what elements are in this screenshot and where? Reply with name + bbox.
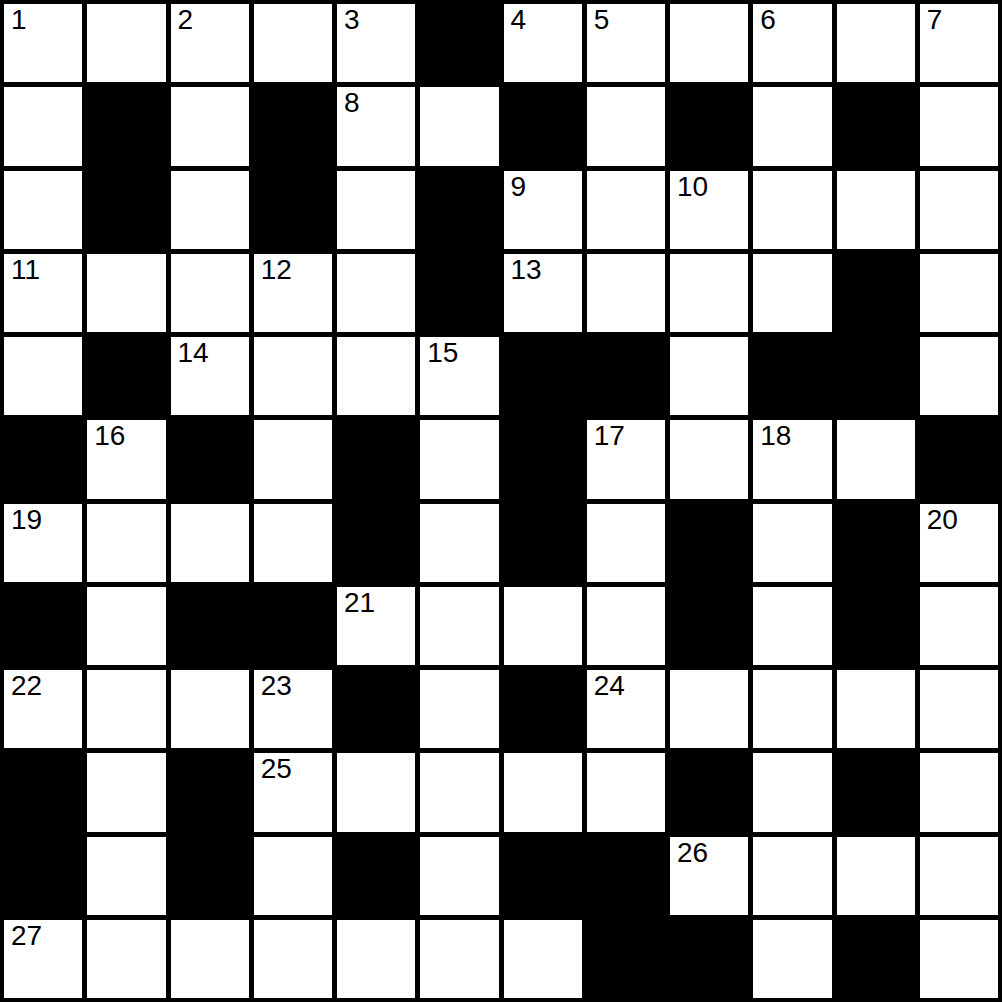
cell-r1c3[interactable]: 2 (171, 4, 249, 82)
cell-r3c12[interactable] (920, 171, 998, 249)
black-cell-r5c11 (837, 337, 915, 415)
cell-r11c11[interactable] (837, 837, 915, 915)
cell-r7c8[interactable] (587, 504, 665, 582)
cell-r10c4[interactable]: 25 (254, 753, 332, 831)
black-cell-r8c4 (254, 587, 332, 665)
cell-r4c3[interactable] (171, 254, 249, 332)
black-cell-r2c11 (837, 87, 915, 165)
black-cell-r9c7 (504, 670, 582, 748)
cell-r5c9[interactable] (670, 337, 748, 415)
cell-r6c9[interactable] (670, 420, 748, 498)
cell-r11c10[interactable] (753, 837, 831, 915)
clue-number: 14 (178, 338, 209, 369)
clue-number: 16 (94, 421, 125, 452)
black-cell-r3c6 (420, 171, 498, 249)
cell-r10c12[interactable] (920, 753, 998, 831)
cell-r1c2[interactable] (87, 4, 165, 82)
cell-r5c1[interactable] (4, 337, 82, 415)
black-cell-r8c9 (670, 587, 748, 665)
cell-r12c6[interactable] (420, 920, 498, 998)
cell-r8c7[interactable] (504, 587, 582, 665)
black-cell-r11c1 (4, 837, 82, 915)
cell-r4c10[interactable] (753, 254, 831, 332)
black-cell-r11c8 (587, 837, 665, 915)
clue-number: 8 (344, 88, 360, 119)
cell-r4c12[interactable] (920, 254, 998, 332)
cell-r4c8[interactable] (587, 254, 665, 332)
cell-r2c12[interactable] (920, 87, 998, 165)
clue-number: 15 (427, 338, 458, 369)
black-cell-r7c7 (504, 504, 582, 582)
cell-r7c10[interactable] (753, 504, 831, 582)
cell-r6c8[interactable]: 17 (587, 420, 665, 498)
clue-number: 6 (760, 5, 776, 36)
clue-number: 7 (927, 5, 943, 36)
black-cell-r3c2 (87, 171, 165, 249)
clue-number: 9 (511, 172, 527, 203)
black-cell-r11c7 (504, 837, 582, 915)
clue-number: 13 (511, 255, 542, 286)
cell-r5c5[interactable] (337, 337, 415, 415)
cell-r2c1[interactable] (4, 87, 82, 165)
cell-r3c7[interactable]: 9 (504, 171, 582, 249)
cell-r6c11[interactable] (837, 420, 915, 498)
cell-r7c3[interactable] (171, 504, 249, 582)
cell-r12c10[interactable] (753, 920, 831, 998)
clue-number: 12 (261, 255, 292, 286)
black-cell-r5c10 (753, 337, 831, 415)
cell-r11c6[interactable] (420, 837, 498, 915)
cell-r4c5[interactable] (337, 254, 415, 332)
crossword-grid: 1234567891011121314151617181920212223242… (0, 0, 1002, 1002)
cell-r1c5[interactable]: 3 (337, 4, 415, 82)
cell-r12c5[interactable] (337, 920, 415, 998)
black-cell-r10c3 (171, 753, 249, 831)
black-cell-r8c1 (4, 587, 82, 665)
black-cell-r3c4 (254, 171, 332, 249)
cell-r3c10[interactable] (753, 171, 831, 249)
cell-r9c9[interactable] (670, 670, 748, 748)
cell-r2c6[interactable] (420, 87, 498, 165)
clue-number: 24 (594, 671, 625, 702)
cell-r6c10[interactable]: 18 (753, 420, 831, 498)
cell-r8c8[interactable] (587, 587, 665, 665)
black-cell-r7c9 (670, 504, 748, 582)
cell-r12c2[interactable] (87, 920, 165, 998)
cell-r3c8[interactable] (587, 171, 665, 249)
black-cell-r2c4 (254, 87, 332, 165)
black-cell-r1c6 (420, 4, 498, 82)
cell-r7c1[interactable]: 19 (4, 504, 82, 582)
cell-r5c3[interactable]: 14 (171, 337, 249, 415)
cell-r9c1[interactable]: 22 (4, 670, 82, 748)
clue-number: 25 (261, 754, 292, 785)
cell-r1c7[interactable]: 4 (504, 4, 582, 82)
black-cell-r6c3 (171, 420, 249, 498)
cell-r6c4[interactable] (254, 420, 332, 498)
cell-r6c2[interactable]: 16 (87, 420, 165, 498)
black-cell-r11c3 (171, 837, 249, 915)
cell-r12c4[interactable] (254, 920, 332, 998)
clue-number: 4 (511, 5, 527, 36)
black-cell-r12c11 (837, 920, 915, 998)
cell-r3c9[interactable]: 10 (670, 171, 748, 249)
cell-r9c3[interactable] (171, 670, 249, 748)
cell-r4c1[interactable]: 11 (4, 254, 82, 332)
clue-number: 17 (594, 421, 625, 452)
cell-r3c1[interactable] (4, 171, 82, 249)
cell-r6c6[interactable] (420, 420, 498, 498)
clue-number: 19 (11, 505, 42, 536)
black-cell-r2c7 (504, 87, 582, 165)
cell-r10c2[interactable] (87, 753, 165, 831)
clue-number: 22 (11, 671, 42, 702)
black-cell-r4c11 (837, 254, 915, 332)
cell-r4c9[interactable] (670, 254, 748, 332)
cell-r3c3[interactable] (171, 171, 249, 249)
cell-r3c5[interactable] (337, 171, 415, 249)
cell-r8c6[interactable] (420, 587, 498, 665)
black-cell-r11c5 (337, 837, 415, 915)
cell-r7c12[interactable]: 20 (920, 504, 998, 582)
cell-r12c7[interactable] (504, 920, 582, 998)
cell-r10c10[interactable] (753, 753, 831, 831)
black-cell-r7c5 (337, 504, 415, 582)
cell-r11c4[interactable] (254, 837, 332, 915)
black-cell-r8c11 (837, 587, 915, 665)
black-cell-r4c6 (420, 254, 498, 332)
black-cell-r12c9 (670, 920, 748, 998)
cell-r3c11[interactable] (837, 171, 915, 249)
cell-r5c6[interactable]: 15 (420, 337, 498, 415)
clue-number: 21 (344, 588, 375, 619)
cell-r5c4[interactable] (254, 337, 332, 415)
cell-r10c6[interactable] (420, 753, 498, 831)
black-cell-r5c2 (87, 337, 165, 415)
cell-r9c2[interactable] (87, 670, 165, 748)
clue-number: 11 (11, 255, 40, 286)
cell-r2c10[interactable] (753, 87, 831, 165)
black-cell-r10c1 (4, 753, 82, 831)
black-cell-r7c11 (837, 504, 915, 582)
black-cell-r12c8 (587, 920, 665, 998)
clue-number: 26 (677, 838, 708, 869)
cell-r9c12[interactable] (920, 670, 998, 748)
clue-number: 3 (344, 5, 360, 36)
cell-r9c10[interactable] (753, 670, 831, 748)
cell-r1c9[interactable] (670, 4, 748, 82)
cell-r9c4[interactable]: 23 (254, 670, 332, 748)
cell-r1c11[interactable] (837, 4, 915, 82)
black-cell-r10c9 (670, 753, 748, 831)
cell-r8c12[interactable] (920, 587, 998, 665)
cell-r9c8[interactable]: 24 (587, 670, 665, 748)
cell-r8c10[interactable] (753, 587, 831, 665)
clue-number: 10 (677, 172, 708, 203)
cell-r5c12[interactable] (920, 337, 998, 415)
cell-r4c4[interactable]: 12 (254, 254, 332, 332)
black-cell-r2c9 (670, 87, 748, 165)
cell-r8c2[interactable] (87, 587, 165, 665)
clue-number: 2 (178, 5, 194, 36)
cell-r4c7[interactable]: 13 (504, 254, 582, 332)
cell-r7c6[interactable] (420, 504, 498, 582)
cell-r1c4[interactable] (254, 4, 332, 82)
cell-r10c5[interactable] (337, 753, 415, 831)
cell-r8c5[interactable]: 21 (337, 587, 415, 665)
cell-r7c2[interactable] (87, 504, 165, 582)
cell-r2c3[interactable] (171, 87, 249, 165)
black-cell-r5c8 (587, 337, 665, 415)
black-cell-r5c7 (504, 337, 582, 415)
clue-number: 27 (11, 921, 42, 952)
cell-r11c9[interactable]: 26 (670, 837, 748, 915)
clue-number: 18 (760, 421, 791, 452)
black-cell-r2c2 (87, 87, 165, 165)
clue-number: 5 (594, 5, 610, 36)
cell-r11c12[interactable] (920, 837, 998, 915)
black-cell-r6c1 (4, 420, 82, 498)
cell-r7c4[interactable] (254, 504, 332, 582)
black-cell-r10c11 (837, 753, 915, 831)
black-cell-r6c12 (920, 420, 998, 498)
cell-r10c7[interactable] (504, 753, 582, 831)
cell-r1c10[interactable]: 6 (753, 4, 831, 82)
cell-r1c1[interactable]: 1 (4, 4, 82, 82)
black-cell-r6c5 (337, 420, 415, 498)
cell-r12c12[interactable] (920, 920, 998, 998)
cell-r9c11[interactable] (837, 670, 915, 748)
clue-number: 1 (11, 5, 27, 36)
cell-r2c8[interactable] (587, 87, 665, 165)
cell-r9c6[interactable] (420, 670, 498, 748)
clue-number: 20 (927, 505, 958, 536)
black-cell-r6c7 (504, 420, 582, 498)
cell-r1c8[interactable]: 5 (587, 4, 665, 82)
clue-number: 23 (261, 671, 292, 702)
cell-r12c1[interactable]: 27 (4, 920, 82, 998)
cell-r4c2[interactable] (87, 254, 165, 332)
black-cell-r9c5 (337, 670, 415, 748)
cell-r2c5[interactable]: 8 (337, 87, 415, 165)
cell-r10c8[interactable] (587, 753, 665, 831)
cell-r12c3[interactable] (171, 920, 249, 998)
cell-r11c2[interactable] (87, 837, 165, 915)
cell-r1c12[interactable]: 7 (920, 4, 998, 82)
black-cell-r8c3 (171, 587, 249, 665)
